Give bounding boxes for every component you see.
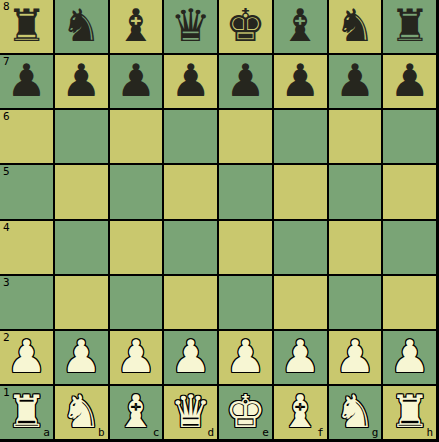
white-pawn[interactable]: ♟ xyxy=(116,334,156,379)
square-e2[interactable]: ♟ xyxy=(219,331,272,384)
square-g3[interactable] xyxy=(329,276,382,329)
square-h7[interactable]: ♟ xyxy=(383,55,436,108)
square-g1[interactable]: g♞ xyxy=(329,386,382,439)
square-e5[interactable] xyxy=(219,165,272,218)
square-e8[interactable]: ♚ xyxy=(219,0,272,53)
square-a2[interactable]: 2♟ xyxy=(0,331,53,384)
square-b8[interactable]: ♞ xyxy=(55,0,108,53)
square-d5[interactable] xyxy=(164,165,217,218)
square-a6[interactable]: 6 xyxy=(0,110,53,163)
square-a7[interactable]: 7♟ xyxy=(0,55,53,108)
square-c7[interactable]: ♟ xyxy=(110,55,163,108)
black-pawn[interactable]: ♟ xyxy=(225,58,265,103)
square-f1[interactable]: f♝ xyxy=(274,386,327,439)
square-h6[interactable] xyxy=(383,110,436,163)
square-d4[interactable] xyxy=(164,221,217,274)
square-a5[interactable]: 5 xyxy=(0,165,53,218)
square-b6[interactable] xyxy=(55,110,108,163)
rank-label: 4 xyxy=(3,222,10,233)
square-e6[interactable] xyxy=(219,110,272,163)
white-pawn[interactable]: ♟ xyxy=(61,334,101,379)
white-bishop[interactable]: ♝ xyxy=(116,389,156,434)
black-knight[interactable]: ♞ xyxy=(61,3,101,48)
black-bishop[interactable]: ♝ xyxy=(116,3,156,48)
square-a1[interactable]: 1a♜ xyxy=(0,386,53,439)
black-king[interactable]: ♚ xyxy=(225,3,265,48)
square-g5[interactable] xyxy=(329,165,382,218)
square-a8[interactable]: 8♜ xyxy=(0,0,53,53)
square-e3[interactable] xyxy=(219,276,272,329)
white-rook[interactable]: ♜ xyxy=(6,389,46,434)
square-g4[interactable] xyxy=(329,221,382,274)
white-knight[interactable]: ♞ xyxy=(335,389,375,434)
square-f4[interactable] xyxy=(274,221,327,274)
square-d2[interactable]: ♟ xyxy=(164,331,217,384)
square-c8[interactable]: ♝ xyxy=(110,0,163,53)
black-knight[interactable]: ♞ xyxy=(335,3,375,48)
chess-board: 8♜♞♝♛♚♝♞♜7♟♟♟♟♟♟♟♟65432♟♟♟♟♟♟♟♟1a♜b♞c♝d♛… xyxy=(0,0,439,442)
square-f7[interactable]: ♟ xyxy=(274,55,327,108)
square-h3[interactable] xyxy=(383,276,436,329)
square-d8[interactable]: ♛ xyxy=(164,0,217,53)
square-d7[interactable]: ♟ xyxy=(164,55,217,108)
square-b1[interactable]: b♞ xyxy=(55,386,108,439)
square-b5[interactable] xyxy=(55,165,108,218)
black-pawn[interactable]: ♟ xyxy=(335,58,375,103)
black-pawn[interactable]: ♟ xyxy=(6,58,46,103)
square-c2[interactable]: ♟ xyxy=(110,331,163,384)
square-f5[interactable] xyxy=(274,165,327,218)
square-e7[interactable]: ♟ xyxy=(219,55,272,108)
rank-label: 5 xyxy=(3,166,10,177)
white-pawn[interactable]: ♟ xyxy=(389,334,429,379)
rank-label: 6 xyxy=(3,111,10,122)
square-h2[interactable]: ♟ xyxy=(383,331,436,384)
white-knight[interactable]: ♞ xyxy=(61,389,101,434)
square-h5[interactable] xyxy=(383,165,436,218)
square-d6[interactable] xyxy=(164,110,217,163)
black-pawn[interactable]: ♟ xyxy=(116,58,156,103)
white-pawn[interactable]: ♟ xyxy=(225,334,265,379)
square-c3[interactable] xyxy=(110,276,163,329)
square-h1[interactable]: h♜ xyxy=(383,386,436,439)
square-f2[interactable]: ♟ xyxy=(274,331,327,384)
square-b7[interactable]: ♟ xyxy=(55,55,108,108)
black-pawn[interactable]: ♟ xyxy=(61,58,101,103)
white-bishop[interactable]: ♝ xyxy=(280,389,320,434)
white-king[interactable]: ♚ xyxy=(225,389,265,434)
black-queen[interactable]: ♛ xyxy=(170,3,210,48)
square-e1[interactable]: e♚ xyxy=(219,386,272,439)
square-b2[interactable]: ♟ xyxy=(55,331,108,384)
square-g8[interactable]: ♞ xyxy=(329,0,382,53)
square-f6[interactable] xyxy=(274,110,327,163)
white-pawn[interactable]: ♟ xyxy=(6,334,46,379)
square-c5[interactable] xyxy=(110,165,163,218)
white-queen[interactable]: ♛ xyxy=(170,389,210,434)
square-d1[interactable]: d♛ xyxy=(164,386,217,439)
square-c1[interactable]: c♝ xyxy=(110,386,163,439)
square-c4[interactable] xyxy=(110,221,163,274)
white-pawn[interactable]: ♟ xyxy=(335,334,375,379)
black-rook[interactable]: ♜ xyxy=(389,3,429,48)
square-d3[interactable] xyxy=(164,276,217,329)
square-h4[interactable] xyxy=(383,221,436,274)
square-g6[interactable] xyxy=(329,110,382,163)
white-pawn[interactable]: ♟ xyxy=(280,334,320,379)
white-rook[interactable]: ♜ xyxy=(389,389,429,434)
square-a3[interactable]: 3 xyxy=(0,276,53,329)
black-pawn[interactable]: ♟ xyxy=(389,58,429,103)
black-pawn[interactable]: ♟ xyxy=(170,58,210,103)
rank-label: 3 xyxy=(3,277,10,288)
white-pawn[interactable]: ♟ xyxy=(170,334,210,379)
square-e4[interactable] xyxy=(219,221,272,274)
square-g2[interactable]: ♟ xyxy=(329,331,382,384)
square-g7[interactable]: ♟ xyxy=(329,55,382,108)
square-f3[interactable] xyxy=(274,276,327,329)
square-a4[interactable]: 4 xyxy=(0,221,53,274)
square-b4[interactable] xyxy=(55,221,108,274)
square-h8[interactable]: ♜ xyxy=(383,0,436,53)
square-f8[interactable]: ♝ xyxy=(274,0,327,53)
black-rook[interactable]: ♜ xyxy=(6,3,46,48)
square-b3[interactable] xyxy=(55,276,108,329)
black-bishop[interactable]: ♝ xyxy=(280,3,320,48)
black-pawn[interactable]: ♟ xyxy=(280,58,320,103)
square-c6[interactable] xyxy=(110,110,163,163)
